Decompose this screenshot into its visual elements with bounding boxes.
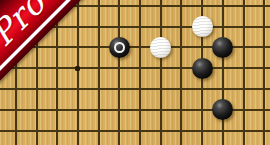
grid-line-vertical [243,0,245,145]
star-point [75,66,80,71]
grid-line-horizontal [0,130,270,132]
grid-line-horizontal [0,88,270,90]
grid-line-vertical [160,0,162,145]
grid-line-horizontal [0,67,270,69]
grid-line-vertical [263,0,265,145]
last-move-marker [114,42,125,53]
grid-line-vertical [222,0,224,145]
stone-black [212,37,233,58]
grid-line-vertical [180,0,182,145]
grid-line-vertical [118,0,120,145]
grid-line-vertical [77,0,79,145]
stone-white [150,37,171,58]
go-board[interactable]: Pro [0,0,270,145]
stone-black [212,99,233,120]
grid-line-vertical [139,0,141,145]
stone-black [192,58,213,79]
stone-white [192,16,213,37]
stone-black [109,37,130,58]
grid-line-vertical [98,0,100,145]
